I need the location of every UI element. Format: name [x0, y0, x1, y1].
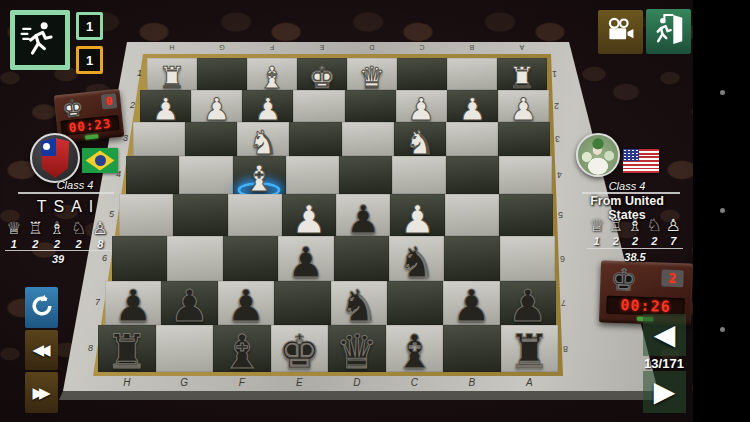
rank-label-right-1: 1	[552, 69, 557, 78]
square-a4[interactable]	[499, 156, 552, 194]
file-label-top-D: D	[369, 44, 374, 51]
black-class-label: Class 4	[567, 180, 687, 192]
file-label-top-E: E	[320, 44, 325, 51]
board-row-rank-6: ♟♞	[112, 236, 555, 281]
rook-icon: ♖	[606, 217, 625, 234]
square-a3[interactable]	[498, 122, 550, 156]
rotate-arrow-icon	[29, 293, 55, 323]
square-c8[interactable]: ♝	[386, 325, 444, 372]
square-f3[interactable]: ♞	[237, 122, 289, 156]
square-h6[interactable]	[112, 236, 167, 281]
taiwan-sun	[43, 143, 50, 150]
board-row-rank-3: ♞♞	[133, 122, 550, 156]
square-f1[interactable]: ♝	[247, 58, 297, 90]
rank-label-right-3: 3	[555, 134, 560, 143]
square-c2[interactable]: ♟	[396, 90, 447, 122]
running-man-icon	[20, 18, 60, 62]
black-knight-d7: ♞	[339, 284, 378, 328]
white-knight-c3: ♞	[405, 126, 435, 159]
square-a7[interactable]: ♟	[500, 281, 556, 325]
square-f2[interactable]: ♟	[242, 90, 293, 122]
square-c4[interactable]	[392, 156, 445, 194]
file-label-bottom-B: B	[468, 378, 475, 388]
file-label-bottom-C: C	[411, 378, 418, 388]
white-rook-h1: ♜	[159, 63, 186, 93]
square-f7[interactable]: ♟	[218, 281, 274, 325]
taiwan-flag-shield	[38, 138, 72, 178]
square-a2[interactable]: ♟	[498, 90, 549, 122]
square-h1[interactable]: ♜	[147, 58, 197, 90]
green-counter-badge: 1	[76, 12, 103, 40]
white-pawn-g2: ♟	[203, 94, 231, 125]
black-knight-c6: ♞	[398, 242, 436, 284]
board-row-rank-7: ♟♟♟♞♟♟	[105, 281, 556, 325]
white-rook-a1: ♜	[509, 63, 536, 93]
white-knight-f3: ♞	[249, 126, 279, 159]
square-g7[interactable]: ♟	[161, 281, 217, 325]
square-g1[interactable]	[197, 58, 247, 90]
square-e2[interactable]	[293, 90, 344, 122]
black-pawn-e6: ♟	[287, 242, 325, 284]
square-d5[interactable]: ♟	[336, 194, 390, 236]
white-pawn-f2: ♟	[254, 94, 282, 125]
usa-flag	[623, 149, 659, 173]
square-b2[interactable]: ♟	[447, 90, 498, 122]
black-pawn-b7: ♟	[452, 284, 491, 328]
rank-label-left-1: 1	[137, 69, 142, 78]
file-label-top-G: G	[219, 44, 224, 51]
file-label-bottom-E: E	[296, 378, 303, 388]
board-row-rank-2: ♟♟♟♟♟♟	[140, 90, 549, 122]
black-pawn-a7: ♟	[508, 284, 547, 328]
rank-label-right-2: 2	[554, 101, 559, 110]
square-c3[interactable]: ♞	[394, 122, 446, 156]
black-piece-count-icons: ♕ ♖ ♗ ♘ ♙	[587, 217, 683, 234]
video-camera-icon	[605, 15, 636, 50]
square-d6[interactable]	[334, 236, 389, 281]
square-b7[interactable]: ♟	[443, 281, 499, 325]
square-h2[interactable]: ♟	[140, 90, 191, 122]
nav-dot-back[interactable]	[720, 327, 725, 332]
queen-icon: ♕	[3, 220, 25, 237]
rewind-icon: ◀◀	[32, 341, 50, 359]
square-e7[interactable]	[274, 281, 330, 325]
queen-icon: ♕	[587, 217, 606, 234]
next-move-icon: ▶	[654, 378, 676, 406]
file-label-bottom-H: H	[123, 378, 130, 388]
undo-button[interactable]	[25, 287, 58, 328]
square-b1[interactable]	[447, 58, 497, 90]
square-b8[interactable]	[443, 325, 501, 372]
board-row-rank-1: ♜♝♚♛♜	[147, 58, 547, 90]
knight-icon: ♘	[645, 217, 664, 234]
square-h8[interactable]: ♜	[98, 325, 156, 372]
record-video-button[interactable]	[598, 10, 643, 54]
board-row-rank-8: ♜♝♚♛♝♜	[98, 325, 558, 372]
file-label-top-H: H	[169, 44, 174, 51]
rank-label-right-8: 8	[563, 344, 568, 353]
white-pawn-c5: ♟	[400, 200, 435, 239]
previous-move-button[interactable]: ◀	[643, 314, 686, 356]
previous-move-icon: ◀	[654, 321, 676, 349]
black-player-avatar	[576, 133, 620, 177]
square-b4[interactable]	[446, 156, 499, 194]
square-f8[interactable]: ♝	[213, 325, 271, 372]
square-f6[interactable]	[223, 236, 278, 281]
fast-forward-icon: ▶▶	[32, 384, 50, 402]
black-pawn-g7: ♟	[170, 284, 209, 328]
file-label-top-A: A	[520, 44, 525, 51]
move-counter: 13/171	[641, 356, 687, 371]
file-label-bottom-D: D	[353, 378, 360, 388]
white-piece-count-icons: ♕ ♖ ♗ ♘ ♙	[3, 220, 111, 237]
black-king-e8: ♚	[278, 328, 320, 375]
rank-label-left-3: 3	[123, 134, 128, 143]
square-h3[interactable]	[133, 122, 185, 156]
white-player-avatar	[30, 133, 80, 183]
file-label-bottom-G: G	[180, 378, 188, 388]
rank-label-right-5: 5	[558, 210, 563, 219]
rank-label-right-6: 6	[560, 254, 565, 263]
rook-icon: ♖	[25, 220, 47, 237]
file-label-top-C: C	[419, 44, 424, 51]
file-label-top-F: F	[270, 44, 274, 51]
black-pawn-d5: ♟	[346, 200, 381, 239]
square-d4[interactable]	[339, 156, 392, 194]
black-bishop-c8: ♝	[393, 328, 435, 375]
nav-dot-recent[interactable]	[720, 90, 725, 95]
square-e6[interactable]: ♟	[278, 236, 333, 281]
white-clock-badge: 0	[101, 93, 117, 109]
rank-label-left-2: 2	[130, 101, 135, 110]
chess-app-screen: ♜♝♚♛♜♟♟♟♟♟♟♞♞♝♟♟♟♟♞♟♟♟♞♟♟♜♝♚♛♝♜HGFEDCBAH…	[0, 0, 750, 422]
black-piece-counts: 1 2 2 2 7	[587, 235, 683, 247]
rank-label-right-4: 4	[557, 170, 562, 179]
square-d7[interactable]: ♞	[331, 281, 387, 325]
file-label-bottom-F: F	[239, 378, 245, 388]
knight-icon: ♘	[68, 220, 90, 237]
black-king-clock-icon: ♚	[610, 265, 638, 296]
orange-counter-value: 1	[86, 53, 93, 68]
black-pawn-h7: ♟	[113, 284, 152, 328]
square-d1[interactable]: ♛	[347, 58, 397, 90]
white-king-e1: ♚	[309, 63, 336, 93]
square-c5[interactable]: ♟	[390, 194, 444, 236]
rank-label-right-7: 7	[561, 298, 566, 307]
square-e1[interactable]: ♚	[297, 58, 347, 90]
board-row-rank-4: ♝	[126, 156, 552, 194]
square-e3[interactable]	[289, 122, 341, 156]
square-b6[interactable]	[444, 236, 499, 281]
square-d3[interactable]	[342, 122, 394, 156]
orange-counter-badge: 1	[76, 46, 103, 74]
black-bishop-f8: ♝	[221, 328, 263, 375]
white-material-score: 39	[5, 250, 111, 265]
square-g5[interactable]	[173, 194, 227, 236]
black-rook-h8: ♜	[106, 328, 148, 375]
bishop-icon: ♗	[46, 220, 68, 237]
speed-play-button[interactable]	[10, 10, 70, 70]
white-clock-indicator	[85, 134, 98, 139]
next-move-button[interactable]: ▶	[643, 371, 686, 413]
white-bishop-f1: ♝	[259, 63, 286, 93]
square-g3[interactable]	[185, 122, 237, 156]
board-row-rank-5: ♟♟♟	[119, 194, 553, 236]
white-piece-counts: 1 2 2 2 8	[3, 238, 111, 250]
square-a6[interactable]	[500, 236, 555, 281]
black-queen-d8: ♛	[336, 328, 378, 375]
square-a1[interactable]: ♜	[497, 58, 547, 90]
nav-dot-home[interactable]	[720, 208, 725, 213]
android-nav-bar	[693, 0, 750, 422]
square-e5[interactable]: ♟	[282, 194, 336, 236]
fast-forward-button[interactable]: ▶▶	[25, 372, 58, 413]
square-a8[interactable]: ♜	[501, 325, 559, 372]
exit-door-icon	[652, 13, 685, 50]
square-c7[interactable]	[387, 281, 443, 325]
square-h5[interactable]	[119, 194, 173, 236]
square-b3[interactable]	[446, 122, 498, 156]
white-pawn-h2: ♟	[152, 94, 180, 125]
green-counter-value: 1	[86, 19, 93, 34]
square-g8[interactable]	[156, 325, 214, 372]
pawn-icon: ♙	[89, 220, 111, 237]
white-queen-d1: ♛	[359, 63, 386, 93]
white-pawn-a2: ♟	[510, 94, 538, 125]
square-g2[interactable]: ♟	[191, 90, 242, 122]
square-g4[interactable]	[179, 156, 232, 194]
square-f5[interactable]	[228, 194, 282, 236]
square-d8[interactable]: ♛	[328, 325, 386, 372]
black-rook-a8: ♜	[508, 328, 550, 375]
square-e8[interactable]: ♚	[271, 325, 329, 372]
divider	[18, 192, 114, 194]
square-h7[interactable]: ♟	[105, 281, 161, 325]
file-label-top-B: B	[470, 44, 475, 51]
black-clock-badge: 2	[661, 270, 684, 288]
rank-label-left-8: 8	[88, 344, 93, 353]
bishop-icon: ♗	[625, 217, 644, 234]
square-f4[interactable]: ♝	[233, 156, 286, 194]
black-material-score: 38.5	[587, 248, 683, 263]
pawn-icon: ♙	[664, 217, 683, 234]
square-b5[interactable]	[445, 194, 499, 236]
file-label-bottom-A: A	[526, 378, 533, 388]
white-pawn-b2: ♟	[458, 94, 486, 125]
rewind-button[interactable]: ◀◀	[25, 330, 58, 370]
black-pawn-f7: ♟	[226, 284, 265, 328]
brazil-flag	[82, 148, 118, 173]
white-pawn-c2: ♟	[407, 94, 435, 125]
white-player-name: TSAI	[5, 198, 125, 216]
square-g6[interactable]	[167, 236, 222, 281]
square-d2[interactable]	[345, 90, 396, 122]
square-e4[interactable]	[286, 156, 339, 194]
white-class-label: Class 4	[15, 179, 135, 191]
square-c1[interactable]	[397, 58, 447, 90]
white-pawn-e5: ♟	[291, 200, 326, 239]
square-c6[interactable]: ♞	[389, 236, 444, 281]
rank-label-left-7: 7	[95, 298, 100, 307]
square-a5[interactable]	[499, 194, 553, 236]
exit-game-button[interactable]	[646, 9, 691, 54]
